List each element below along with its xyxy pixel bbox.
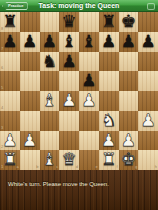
white-pawn-h3: ♟ (138, 111, 158, 131)
back-button[interactable]: Practice (2, 2, 28, 10)
square-h8[interactable] (138, 12, 158, 32)
square-e7[interactable]: ♝ (79, 32, 99, 52)
black-pawn-h7: ♟ (138, 32, 158, 52)
square-d5[interactable] (59, 71, 79, 91)
black-pawn-c7: ♟ (40, 32, 60, 52)
square-f2[interactable]: ♟ (99, 131, 119, 151)
square-g3[interactable] (119, 111, 139, 131)
black-king-g8: ♚ (119, 12, 139, 32)
square-b5[interactable] (20, 71, 40, 91)
square-h6[interactable] (138, 52, 158, 72)
square-f7[interactable]: ♟ (99, 32, 119, 52)
square-d3[interactable] (59, 111, 79, 131)
white-bishop-c1: ♝ (40, 150, 60, 170)
square-h3[interactable]: ♟ (138, 111, 158, 131)
square-f3[interactable]: ♞ (99, 111, 119, 131)
board-options-icon[interactable] (147, 3, 155, 10)
white-king-g1: ♚ (119, 150, 139, 170)
square-b3[interactable] (20, 111, 40, 131)
white-pawn-e4: ♟ (79, 91, 99, 111)
square-f4[interactable] (99, 91, 119, 111)
square-e1[interactable]: e (79, 150, 99, 170)
square-f1[interactable]: f♜ (99, 150, 119, 170)
square-c2[interactable] (40, 131, 60, 151)
square-a5[interactable]: 5 (0, 71, 20, 91)
square-c8[interactable] (40, 12, 60, 32)
black-pawn-f7: ♟ (99, 32, 119, 52)
square-b2[interactable]: ♟ (20, 131, 40, 151)
white-pawn-d4: ♟ (59, 91, 79, 111)
square-a2[interactable]: 2♟ (0, 131, 20, 151)
file-label: f (116, 165, 117, 169)
rank-label: 1 (1, 165, 3, 169)
square-f5[interactable] (99, 71, 119, 91)
square-c3[interactable] (40, 111, 60, 131)
square-d6[interactable]: ♟ (59, 52, 79, 72)
square-f6[interactable] (99, 52, 119, 72)
white-rook-a1: ♜ (0, 150, 20, 170)
square-e8[interactable] (79, 12, 99, 32)
white-pawn-b2: ♟ (20, 131, 40, 151)
file-label: d (76, 165, 78, 169)
file-label: c (56, 165, 58, 169)
square-g7[interactable]: ♟ (119, 32, 139, 52)
square-g5[interactable] (119, 71, 139, 91)
chess-board: 8♜♛♜♚7♟♟♟♝♝♟♟♟6♞♟5♟4♝♟♟3♞♟2♟♟♟♟1a♜bc♝d♛e… (0, 12, 158, 170)
square-c6[interactable]: ♞ (40, 52, 60, 72)
square-e3[interactable] (79, 111, 99, 131)
black-pawn-e5: ♟ (79, 71, 99, 91)
rank-label: 6 (1, 66, 3, 70)
square-b8[interactable] (20, 12, 40, 32)
square-e2[interactable] (79, 131, 99, 151)
square-b4[interactable] (20, 91, 40, 111)
black-rook-f8: ♜ (99, 12, 119, 32)
square-e6[interactable] (79, 52, 99, 72)
file-label: a (17, 165, 19, 169)
black-bishop-d7: ♝ (59, 32, 79, 52)
white-rook-f1: ♜ (99, 150, 119, 170)
square-a7[interactable]: 7♟ (0, 32, 20, 52)
square-g8[interactable]: ♚ (119, 12, 139, 32)
white-pawn-a2: ♟ (0, 131, 20, 151)
white-bishop-c4: ♝ (40, 91, 60, 111)
black-knight-c6: ♞ (40, 52, 60, 72)
black-pawn-a7: ♟ (0, 32, 20, 52)
file-label: g (135, 165, 137, 169)
file-label: b (36, 165, 38, 169)
square-d8[interactable]: ♛ (59, 12, 79, 32)
square-b6[interactable] (20, 52, 40, 72)
square-d4[interactable]: ♟ (59, 91, 79, 111)
black-rook-a8: ♜ (0, 12, 20, 32)
white-pawn-f2: ♟ (99, 131, 119, 151)
square-h5[interactable] (138, 71, 158, 91)
square-c7[interactable]: ♟ (40, 32, 60, 52)
square-e5[interactable]: ♟ (79, 71, 99, 91)
white-pawn-g2: ♟ (119, 131, 139, 151)
square-h2[interactable] (138, 131, 158, 151)
rank-label: 5 (1, 86, 3, 90)
rank-label: 8 (1, 27, 3, 31)
square-b7[interactable]: ♟ (20, 32, 40, 52)
square-g2[interactable]: ♟ (119, 131, 139, 151)
white-knight-f3: ♞ (99, 111, 119, 131)
square-a4[interactable]: 4 (0, 91, 20, 111)
file-label: h (155, 165, 157, 169)
page-title: Task: moving the Queen (39, 0, 120, 12)
square-g4[interactable] (119, 91, 139, 111)
square-f8[interactable]: ♜ (99, 12, 119, 32)
rank-label: 7 (1, 47, 3, 51)
square-a1[interactable]: 1a♜ (0, 150, 20, 170)
square-h7[interactable]: ♟ (138, 32, 158, 52)
status-message: White's turn. Please move the Queen. (8, 181, 109, 188)
square-a3[interactable]: 3 (0, 111, 20, 131)
square-c1[interactable]: c♝ (40, 150, 60, 170)
square-h1[interactable]: h (138, 150, 158, 170)
square-a6[interactable]: 6 (0, 52, 20, 72)
square-g6[interactable] (119, 52, 139, 72)
square-d1[interactable]: d♛ (59, 150, 79, 170)
rank-label: 3 (1, 126, 3, 130)
square-d7[interactable]: ♝ (59, 32, 79, 52)
square-d2[interactable] (59, 131, 79, 151)
rank-label: 2 (1, 145, 3, 149)
square-c5[interactable] (40, 71, 60, 91)
rank-label: 4 (1, 106, 3, 110)
nav-bar: Practice Task: moving the Queen (0, 0, 158, 12)
black-queen-d8: ♛ (59, 12, 79, 32)
black-pawn-d6: ♟ (59, 52, 79, 72)
file-label: e (96, 165, 98, 169)
black-bishop-e7: ♝ (79, 32, 99, 52)
status-panel: White's turn. Please move the Queen. (0, 170, 158, 210)
square-e4[interactable]: ♟ (79, 91, 99, 111)
square-g1[interactable]: g♚ (119, 150, 139, 170)
black-pawn-g7: ♟ (119, 32, 139, 52)
white-queen-d1: ♛ (59, 150, 79, 170)
back-button-label: Practice (8, 2, 24, 10)
square-c4[interactable]: ♝ (40, 91, 60, 111)
square-a8[interactable]: 8♜ (0, 12, 20, 32)
black-pawn-b7: ♟ (20, 32, 40, 52)
square-h4[interactable] (138, 91, 158, 111)
square-b1[interactable]: b (20, 150, 40, 170)
